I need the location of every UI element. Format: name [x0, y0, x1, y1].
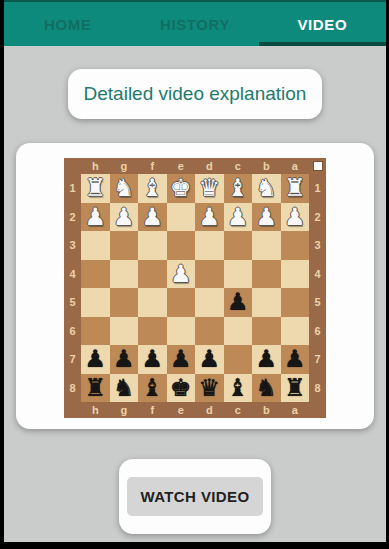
black-pawn: ♟	[198, 345, 220, 374]
white-pawn: ♟	[255, 203, 277, 232]
black-knight: ♞	[113, 374, 135, 403]
white-pawn: ♟	[170, 260, 192, 289]
rank-label-4: 4	[64, 260, 81, 289]
detailed-explanation-button[interactable]: Detailed video explanation	[68, 69, 322, 119]
square-f2: ♟	[138, 203, 167, 232]
square-f1: ♝	[138, 174, 167, 203]
file-label-f: f	[138, 402, 167, 418]
black-pawn: ♟	[170, 345, 192, 374]
file-label-f: f	[138, 158, 167, 174]
file-label-h: h	[81, 402, 110, 418]
black-pawn: ♟	[84, 345, 106, 374]
tab-video[interactable]: VIDEO	[259, 2, 386, 46]
rank-label-3: 3	[64, 231, 81, 260]
file-label-b: b	[252, 402, 281, 418]
app-content-root: HOME HISTORY VIDEO Detailed video explan…	[4, 0, 386, 542]
square-f4	[138, 260, 167, 289]
detailed-explanation-label: Detailed video explanation	[84, 83, 307, 105]
file-label-e: e	[167, 402, 196, 418]
square-d6	[195, 317, 224, 346]
square-h7: ♟	[81, 345, 110, 374]
square-a3	[281, 231, 310, 260]
rank-label-1: 1	[309, 174, 326, 203]
white-rook: ♜	[284, 174, 306, 203]
black-bishop: ♝	[141, 374, 163, 403]
square-e3	[167, 231, 196, 260]
rank-label-2: 2	[64, 203, 81, 232]
white-rook: ♜	[84, 174, 106, 203]
black-pawn: ♟	[141, 345, 163, 374]
square-b1: ♞	[252, 174, 281, 203]
file-label-a: a	[281, 158, 310, 174]
square-a2: ♟	[281, 203, 310, 232]
rank-label-1: 1	[64, 174, 81, 203]
square-g2: ♟	[110, 203, 139, 232]
rank-label-6: 6	[64, 317, 81, 346]
file-label-c: c	[224, 158, 253, 174]
tab-bar: HOME HISTORY VIDEO	[4, 2, 386, 46]
square-b4	[252, 260, 281, 289]
square-d5	[195, 288, 224, 317]
white-pawn: ♟	[141, 203, 163, 232]
square-g5	[110, 288, 139, 317]
square-f8: ♝	[138, 374, 167, 403]
square-d3	[195, 231, 224, 260]
white-pawn: ♟	[113, 203, 135, 232]
rank-label-8: 8	[309, 374, 326, 403]
white-knight: ♞	[255, 174, 277, 203]
square-e8: ♚	[167, 374, 196, 403]
square-h2: ♟	[81, 203, 110, 232]
rank-label-5: 5	[64, 288, 81, 317]
file-label-g: g	[110, 158, 139, 174]
white-knight: ♞	[113, 174, 135, 203]
white-pawn: ♟	[198, 203, 220, 232]
black-rook: ♜	[84, 374, 106, 403]
square-d1: ♛	[195, 174, 224, 203]
square-g7: ♟	[110, 345, 139, 374]
square-c8: ♝	[224, 374, 253, 403]
square-b7: ♟	[252, 345, 281, 374]
file-label-h: h	[81, 158, 110, 174]
square-f6	[138, 317, 167, 346]
file-label-c: c	[224, 402, 253, 418]
square-e5	[167, 288, 196, 317]
white-pawn: ♟	[84, 203, 106, 232]
square-d8: ♛	[195, 374, 224, 403]
square-d4	[195, 260, 224, 289]
square-a1: ♜	[281, 174, 310, 203]
square-h5	[81, 288, 110, 317]
board-corner	[309, 402, 326, 418]
square-a5	[281, 288, 310, 317]
white-king: ♚	[170, 174, 192, 203]
rank-label-4: 4	[309, 260, 326, 289]
white-queen: ♛	[198, 174, 220, 203]
square-h4	[81, 260, 110, 289]
black-king: ♚	[170, 374, 192, 403]
black-pawn: ♟	[227, 288, 249, 317]
watch-video-card: WATCH VIDEO	[119, 459, 271, 534]
square-b2: ♟	[252, 203, 281, 232]
black-pawn: ♟	[113, 345, 135, 374]
black-pawn: ♟	[255, 345, 277, 374]
square-f5	[138, 288, 167, 317]
square-g1: ♞	[110, 174, 139, 203]
square-f3	[138, 231, 167, 260]
square-d2: ♟	[195, 203, 224, 232]
video-tab-page: Detailed video explanation hgfedcba1♜♞♝♚…	[4, 46, 386, 542]
side-to-move-corner	[309, 158, 326, 174]
white-pawn: ♟	[227, 203, 249, 232]
black-rook: ♜	[284, 374, 306, 403]
white-to-move-square-icon	[313, 161, 323, 171]
black-queen: ♛	[198, 374, 220, 403]
tab-history[interactable]: HISTORY	[131, 2, 258, 46]
square-e7: ♟	[167, 345, 196, 374]
file-label-d: d	[195, 158, 224, 174]
rank-label-7: 7	[64, 345, 81, 374]
square-c7	[224, 345, 253, 374]
rank-label-5: 5	[309, 288, 326, 317]
square-c3	[224, 231, 253, 260]
board-corner	[64, 402, 81, 418]
black-pawn: ♟	[284, 345, 306, 374]
square-e1: ♚	[167, 174, 196, 203]
square-c4	[224, 260, 253, 289]
square-b3	[252, 231, 281, 260]
square-a8: ♜	[281, 374, 310, 403]
square-e4: ♟	[167, 260, 196, 289]
file-label-b: b	[252, 158, 281, 174]
square-g8: ♞	[110, 374, 139, 403]
square-b8: ♞	[252, 374, 281, 403]
square-c5: ♟	[224, 288, 253, 317]
watch-video-button[interactable]: WATCH VIDEO	[127, 477, 262, 516]
square-a7: ♟	[281, 345, 310, 374]
tab-home[interactable]: HOME	[4, 2, 131, 46]
rank-label-3: 3	[309, 231, 326, 260]
chess-board-card: hgfedcba1♜♞♝♚♛♝♞♜12♟♟♟♟♟♟♟2334♟45♟5667♟♟…	[16, 143, 374, 429]
square-h3	[81, 231, 110, 260]
square-g3	[110, 231, 139, 260]
black-bishop: ♝	[227, 374, 249, 403]
rank-label-2: 2	[309, 203, 326, 232]
chess-board: hgfedcba1♜♞♝♚♛♝♞♜12♟♟♟♟♟♟♟2334♟45♟5667♟♟…	[64, 158, 326, 418]
square-h1: ♜	[81, 174, 110, 203]
white-bishop: ♝	[141, 174, 163, 203]
square-a4	[281, 260, 310, 289]
square-a6	[281, 317, 310, 346]
black-knight: ♞	[255, 374, 277, 403]
rank-label-7: 7	[309, 345, 326, 374]
white-pawn: ♟	[284, 203, 306, 232]
square-c6	[224, 317, 253, 346]
file-label-g: g	[110, 402, 139, 418]
file-label-d: d	[195, 402, 224, 418]
square-d7: ♟	[195, 345, 224, 374]
square-b5	[252, 288, 281, 317]
white-bishop: ♝	[227, 174, 249, 203]
square-f7: ♟	[138, 345, 167, 374]
square-e2	[167, 203, 196, 232]
active-tab-indicator	[259, 42, 386, 46]
app-window: HOME HISTORY VIDEO Detailed video explan…	[0, 0, 389, 549]
rank-label-8: 8	[64, 374, 81, 403]
board-corner	[64, 158, 81, 174]
square-e6	[167, 317, 196, 346]
square-c1: ♝	[224, 174, 253, 203]
file-label-a: a	[281, 402, 310, 418]
square-b6	[252, 317, 281, 346]
square-h8: ♜	[81, 374, 110, 403]
file-label-e: e	[167, 158, 196, 174]
rank-label-6: 6	[309, 317, 326, 346]
square-h6	[81, 317, 110, 346]
square-g6	[110, 317, 139, 346]
square-g4	[110, 260, 139, 289]
square-c2: ♟	[224, 203, 253, 232]
